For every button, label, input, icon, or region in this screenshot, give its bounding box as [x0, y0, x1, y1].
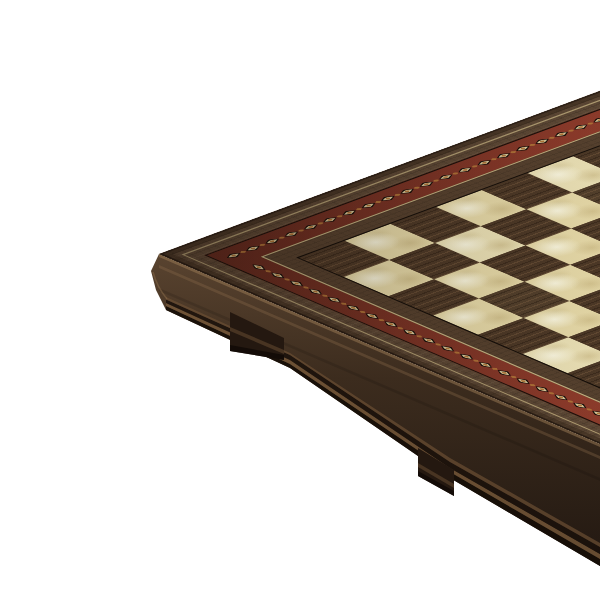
inlay-cream-diamond: [588, 409, 600, 418]
chess-board-photo: [0, 0, 600, 600]
